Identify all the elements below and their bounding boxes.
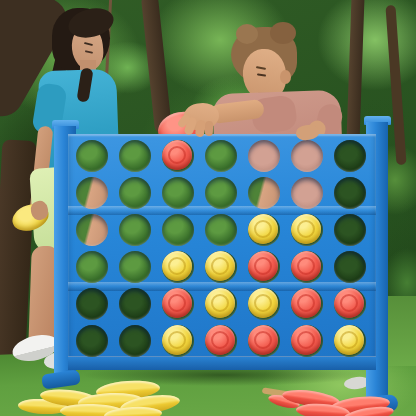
outdoor-connect-four-photo xyxy=(0,0,416,416)
red-disc-pile xyxy=(0,0,416,416)
